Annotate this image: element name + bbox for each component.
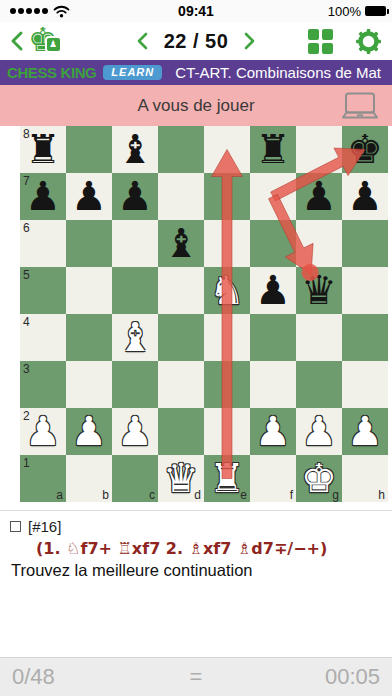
square-d3[interactable] <box>158 361 204 408</box>
black-queen[interactable]: ♛ <box>296 267 342 314</box>
black-pawn[interactable]: ♟ <box>296 173 342 220</box>
white-bishop[interactable]: ♝ <box>112 314 158 361</box>
turn-prompt-bar: A vous de jouer <box>0 85 392 126</box>
move-list-marker-icon <box>10 521 21 532</box>
square-d6[interactable]: ♝ <box>158 220 204 267</box>
square-b7[interactable]: ♟ <box>66 173 112 220</box>
square-c1[interactable]: c <box>112 455 158 502</box>
square-b4[interactable] <box>66 314 112 361</box>
square-e1[interactable]: e♜ <box>204 455 250 502</box>
white-pawn[interactable]: ♟ <box>66 408 112 455</box>
brand-bar: CHESS KING LEARN CT-ART. Combinaisons de… <box>0 60 392 85</box>
square-b8[interactable] <box>66 126 112 173</box>
file-label: b <box>102 488 109 502</box>
rank-label: 1 <box>23 456 30 470</box>
white-pawn[interactable]: ♟ <box>112 408 158 455</box>
square-h7[interactable]: ♟ <box>342 173 388 220</box>
square-g8[interactable] <box>296 126 342 173</box>
board-area: 8♜♝♜♚7♟♟♟♟♟6♝5♞♟♛4♝32♟♟♟♟♟♟1abcd♛e♜fg♚h <box>0 126 392 502</box>
black-rook[interactable]: ♜ <box>250 126 296 173</box>
white-king[interactable]: ♚ <box>296 455 342 502</box>
square-g1[interactable]: g♚ <box>296 455 342 502</box>
square-e2[interactable] <box>204 408 250 455</box>
square-c8[interactable]: ♝ <box>112 126 158 173</box>
square-d1[interactable]: d♛ <box>158 455 204 502</box>
square-c3[interactable] <box>112 361 158 408</box>
square-a1[interactable]: 1a <box>20 455 66 502</box>
rank-label: 4 <box>23 315 30 329</box>
square-a5[interactable]: 5 <box>20 267 66 314</box>
square-a8[interactable]: 8♜ <box>20 126 66 173</box>
square-d4[interactable] <box>158 314 204 361</box>
square-g6[interactable] <box>296 220 342 267</box>
square-a4[interactable]: 4 <box>20 314 66 361</box>
square-c7[interactable]: ♟ <box>112 173 158 220</box>
square-d5[interactable] <box>158 267 204 314</box>
file-label: c <box>149 488 155 502</box>
square-a7[interactable]: 7♟ <box>20 173 66 220</box>
white-pawn[interactable]: ♟ <box>296 408 342 455</box>
black-pawn[interactable]: ♟ <box>66 173 112 220</box>
white-knight[interactable]: ♞ <box>204 267 250 314</box>
square-f6[interactable] <box>250 220 296 267</box>
square-f1[interactable]: f <box>250 455 296 502</box>
turn-prompt-text: A vous de jouer <box>137 96 254 116</box>
puzzle-list-icon[interactable] <box>308 29 333 54</box>
square-h6[interactable] <box>342 220 388 267</box>
square-h4[interactable] <box>342 314 388 361</box>
black-bishop[interactable]: ♝ <box>112 126 158 173</box>
puzzle-id: [#16] <box>28 518 61 535</box>
square-e7[interactable] <box>204 173 250 220</box>
battery-icon <box>365 6 386 16</box>
puzzle-info-section: [#16] (1. ♘f7+ ♖xf7 2. ♗xf7 ♗d7∓/−+) Tro… <box>0 510 392 657</box>
black-king[interactable]: ♚ <box>342 126 388 173</box>
black-bishop[interactable]: ♝ <box>158 220 204 267</box>
chess-king-logo[interactable]: ♚♟ <box>28 23 58 56</box>
square-f7[interactable] <box>250 173 296 220</box>
square-b6[interactable] <box>66 220 112 267</box>
square-h8[interactable]: ♚ <box>342 126 388 173</box>
square-c5[interactable] <box>112 267 158 314</box>
square-h5[interactable] <box>342 267 388 314</box>
square-h2[interactable]: ♟ <box>342 408 388 455</box>
puzzle-instruction: Trouvez la meilleure continuation <box>11 561 382 580</box>
next-puzzle-icon[interactable] <box>244 32 255 50</box>
black-pawn[interactable]: ♟ <box>20 173 66 220</box>
pawn-badge-icon: ♟ <box>45 36 62 53</box>
white-pawn[interactable]: ♟ <box>250 408 296 455</box>
square-a2[interactable]: 2♟ <box>20 408 66 455</box>
square-e4[interactable] <box>204 314 250 361</box>
white-pawn[interactable]: ♟ <box>342 408 388 455</box>
square-h3[interactable] <box>342 361 388 408</box>
square-d2[interactable] <box>158 408 204 455</box>
puzzle-counter: 22 / 50 <box>164 30 229 53</box>
square-c2[interactable]: ♟ <box>112 408 158 455</box>
square-d7[interactable] <box>158 173 204 220</box>
chess-board[interactable]: 8♜♝♜♚7♟♟♟♟♟6♝5♞♟♛4♝32♟♟♟♟♟♟1abcd♛e♜fg♚h <box>20 126 388 502</box>
settings-gear-icon[interactable]: /**/ <box>355 28 382 55</box>
square-g4[interactable] <box>296 314 342 361</box>
previous-puzzle-icon[interactable] <box>137 32 148 50</box>
black-rook[interactable]: ♜ <box>20 126 66 173</box>
square-f5[interactable]: ♟ <box>250 267 296 314</box>
square-a3[interactable]: 3 <box>20 361 66 408</box>
black-pawn[interactable]: ♟ <box>250 267 296 314</box>
score-counter: 0/48 <box>12 664 55 690</box>
square-g7[interactable]: ♟ <box>296 173 342 220</box>
square-c6[interactable] <box>112 220 158 267</box>
computer-icon[interactable] <box>340 92 380 120</box>
square-a6[interactable]: 6 <box>20 220 66 267</box>
solution-variation: (1. ♘f7+ ♖xf7 2. ♗xf7 ♗d7∓/−+) <box>36 539 382 558</box>
square-b2[interactable]: ♟ <box>66 408 112 455</box>
file-label: h <box>378 488 385 502</box>
square-b3[interactable] <box>66 361 112 408</box>
square-g2[interactable]: ♟ <box>296 408 342 455</box>
black-pawn[interactable]: ♟ <box>112 173 158 220</box>
square-e8[interactable] <box>204 126 250 173</box>
rank-label: 6 <box>23 221 30 235</box>
square-e6[interactable] <box>204 220 250 267</box>
white-rook[interactable]: ♜ <box>204 455 250 502</box>
square-c4[interactable]: ♝ <box>112 314 158 361</box>
square-e5[interactable]: ♞ <box>204 267 250 314</box>
status-bar: 09:41 100% <box>0 0 392 22</box>
white-queen[interactable]: ♛ <box>158 455 204 502</box>
course-title: CT-ART. Combinaisons de Mat <box>175 64 385 81</box>
square-f2[interactable]: ♟ <box>250 408 296 455</box>
back-chevron-icon[interactable] <box>10 30 24 52</box>
brand-name: CHESS KING <box>7 64 96 81</box>
navigation-bar: ♚♟ 22 / 50 /**/ <box>0 22 392 60</box>
square-b5[interactable] <box>66 267 112 314</box>
square-h1[interactable]: h <box>342 455 388 502</box>
rank-label: 3 <box>23 362 30 376</box>
square-g3[interactable] <box>296 361 342 408</box>
square-b1[interactable]: b <box>66 455 112 502</box>
square-f4[interactable] <box>250 314 296 361</box>
battery-percent: 100% <box>328 4 361 19</box>
square-f8[interactable]: ♜ <box>250 126 296 173</box>
status-footer: 0/48 = 00:05 <box>0 657 392 696</box>
square-d8[interactable] <box>158 126 204 173</box>
file-label: a <box>56 488 63 502</box>
file-label: f <box>290 488 293 502</box>
square-e3[interactable] <box>204 361 250 408</box>
elapsed-timer: 00:05 <box>325 664 380 690</box>
white-pawn[interactable]: ♟ <box>20 408 66 455</box>
rank-label: 5 <box>23 268 30 282</box>
square-g5[interactable]: ♛ <box>296 267 342 314</box>
square-f3[interactable] <box>250 361 296 408</box>
black-pawn[interactable]: ♟ <box>342 173 388 220</box>
learn-badge: LEARN <box>103 65 162 80</box>
